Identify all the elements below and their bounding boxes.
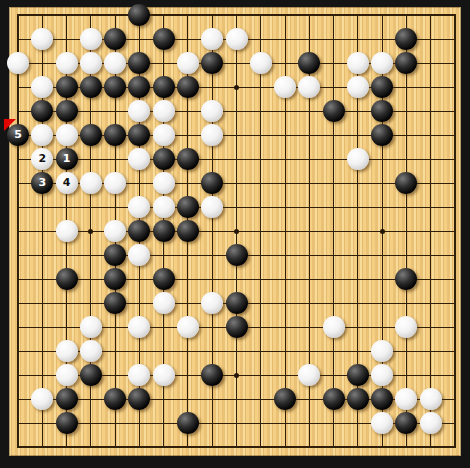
stone-white [128, 364, 150, 386]
stone-white [31, 124, 53, 146]
stone-black [104, 388, 126, 410]
hoshi-point [380, 229, 385, 234]
stone-black [177, 412, 199, 434]
stone-white [56, 364, 78, 386]
stone-white [201, 100, 223, 122]
grid-line-vertical [260, 14, 261, 448]
grid-line-vertical [454, 14, 456, 448]
stone-white [177, 52, 199, 74]
hoshi-point [234, 229, 239, 234]
stone-black [128, 52, 150, 74]
stone-black [298, 52, 320, 74]
stone-black [128, 124, 150, 146]
stone-black [323, 100, 345, 122]
stone-white [153, 196, 175, 218]
stone-black [395, 412, 417, 434]
stone-black [177, 220, 199, 242]
stone-white [56, 340, 78, 362]
stone-white [128, 244, 150, 266]
hoshi-point [88, 229, 93, 234]
stone-white [371, 412, 393, 434]
grid-line-vertical [406, 14, 407, 448]
stone-white [323, 316, 345, 338]
stone-black [128, 388, 150, 410]
stone-black [371, 124, 393, 146]
stone-black [153, 28, 175, 50]
red-triangle-marker [4, 119, 16, 131]
stone-black [104, 28, 126, 50]
stone-white [298, 364, 320, 386]
stone-black [104, 76, 126, 98]
stone-white [80, 28, 102, 50]
grid-line-vertical [430, 14, 431, 448]
stone-black [371, 76, 393, 98]
grid-line-vertical [333, 14, 334, 448]
stone-white [201, 292, 223, 314]
stone-black [31, 100, 53, 122]
stone-white [7, 52, 29, 74]
stone-white [420, 412, 442, 434]
stone-black [56, 388, 78, 410]
stone-black [80, 124, 102, 146]
stone-black [104, 124, 126, 146]
stone-black [153, 148, 175, 170]
stone-white [153, 100, 175, 122]
stone-black [104, 268, 126, 290]
stone-black [177, 196, 199, 218]
stone-white [371, 364, 393, 386]
stone-black [395, 268, 417, 290]
stone-black [395, 28, 417, 50]
stone-white [153, 124, 175, 146]
stone-white [201, 124, 223, 146]
stone-white [31, 76, 53, 98]
stone-white [371, 340, 393, 362]
stone-white [104, 52, 126, 74]
stone-black [371, 100, 393, 122]
stone-black [201, 172, 223, 194]
stone-white [250, 52, 272, 74]
stone-black [56, 412, 78, 434]
stone-black [56, 148, 78, 170]
stone-black [371, 388, 393, 410]
stone-white [56, 124, 78, 146]
grid-line-horizontal [17, 279, 456, 280]
stone-black [56, 100, 78, 122]
stone-black [226, 316, 248, 338]
stone-white [56, 52, 78, 74]
stone-white [56, 220, 78, 242]
stone-black [56, 76, 78, 98]
stone-black [153, 268, 175, 290]
stone-white [31, 28, 53, 50]
stone-white [104, 172, 126, 194]
stone-black [153, 76, 175, 98]
stone-white [31, 388, 53, 410]
stone-white [371, 52, 393, 74]
stone-white [104, 220, 126, 242]
stone-white [153, 172, 175, 194]
stone-white [395, 316, 417, 338]
stone-white [56, 172, 78, 194]
stone-black [104, 292, 126, 314]
stone-white [31, 148, 53, 170]
stone-black [274, 388, 296, 410]
stone-black [128, 76, 150, 98]
stone-black [347, 388, 369, 410]
stone-white [128, 148, 150, 170]
stone-white [347, 76, 369, 98]
stone-white [201, 28, 223, 50]
stone-black [395, 172, 417, 194]
stone-black [177, 76, 199, 98]
stone-black [80, 364, 102, 386]
stone-white [395, 388, 417, 410]
stone-black [201, 364, 223, 386]
stone-white [274, 76, 296, 98]
stone-white [298, 76, 320, 98]
stone-black [31, 172, 53, 194]
stone-black [226, 244, 248, 266]
stone-white [347, 52, 369, 74]
stone-black [128, 220, 150, 242]
stone-white [226, 28, 248, 50]
stone-black [153, 220, 175, 242]
hoshi-point [234, 85, 239, 90]
stone-black [128, 4, 150, 26]
stone-white [128, 196, 150, 218]
screenshot-root: 12345 [0, 0, 470, 468]
stone-white [153, 292, 175, 314]
stone-white [80, 52, 102, 74]
stone-white [177, 316, 199, 338]
hoshi-point [234, 373, 239, 378]
stone-white [153, 364, 175, 386]
stone-white [80, 340, 102, 362]
stone-black [201, 52, 223, 74]
stone-white [128, 316, 150, 338]
stone-white [80, 172, 102, 194]
stone-black [104, 244, 126, 266]
stone-black [80, 76, 102, 98]
stone-white [128, 100, 150, 122]
stone-black [323, 388, 345, 410]
grid-line-horizontal [17, 446, 456, 448]
stone-black [395, 52, 417, 74]
stone-white [347, 148, 369, 170]
stone-white [420, 388, 442, 410]
stone-black [177, 148, 199, 170]
stone-white [80, 316, 102, 338]
stone-black [226, 292, 248, 314]
go-board[interactable]: 12345 [0, 0, 470, 468]
stone-white [201, 196, 223, 218]
stone-black [347, 364, 369, 386]
stone-black [56, 268, 78, 290]
